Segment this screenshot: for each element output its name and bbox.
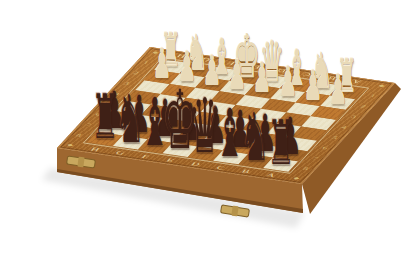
rank-label: 2 — [132, 71, 140, 76]
rank-label: 8 — [302, 166, 310, 171]
file-label: B — [240, 168, 252, 174]
file-label: C — [215, 165, 227, 171]
file-label: F — [140, 154, 151, 160]
file-label: D — [189, 161, 202, 168]
file-label: B — [326, 75, 338, 81]
file-label: H — [175, 53, 188, 60]
rank-label: 2 — [359, 104, 367, 109]
file-label: E — [165, 157, 176, 163]
file-label: F — [226, 60, 237, 66]
rank-label: 1 — [369, 94, 377, 99]
rank-label: 4 — [340, 125, 348, 130]
rank-label: 7 — [85, 122, 93, 127]
rank-label: 6 — [94, 112, 102, 117]
rank-label: 5 — [104, 102, 112, 107]
file-label: H — [89, 146, 102, 153]
rank-label: 3 — [350, 114, 358, 119]
rank-label: 6 — [321, 145, 329, 150]
rank-label: 8 — [75, 133, 83, 138]
rank-label: 7 — [312, 156, 320, 161]
chess-set-photo: HGFEDCBA HGFEDCBA 12345678 12345678 ◆ ◆ … — [0, 0, 420, 259]
file-label: D — [275, 67, 288, 74]
rank-label: 3 — [123, 81, 131, 86]
rank-label: 4 — [113, 91, 121, 96]
file-label: G — [114, 150, 127, 157]
file-label: C — [301, 71, 313, 77]
rank-label: 1 — [142, 60, 150, 65]
rank-label: 5 — [331, 135, 339, 140]
file-label: E — [251, 64, 262, 70]
file-label: A — [351, 78, 364, 85]
file-label: A — [264, 172, 277, 179]
file-label: G — [200, 56, 213, 63]
